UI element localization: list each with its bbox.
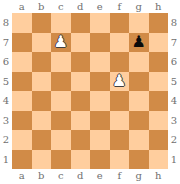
file-label: e: [90, 169, 110, 184]
square-c3[interactable]: [51, 111, 71, 131]
file-label: d: [71, 169, 91, 184]
square-b2[interactable]: [32, 130, 52, 150]
square-g4[interactable]: [129, 91, 149, 111]
file-label: f: [110, 169, 130, 184]
square-g2[interactable]: [129, 130, 149, 150]
chess-board: ♟♟♟: [12, 13, 168, 169]
rank-label: 3: [168, 111, 180, 131]
file-label: c: [51, 169, 71, 184]
square-g1[interactable]: [129, 150, 149, 170]
rank-label: 8: [168, 13, 180, 33]
rank-label: 8: [0, 13, 12, 33]
rank-label: 1: [168, 150, 180, 170]
square-g8[interactable]: [129, 13, 149, 33]
square-a6[interactable]: [12, 52, 32, 72]
square-c5[interactable]: [51, 72, 71, 92]
rank-label: 6: [0, 52, 12, 72]
square-g3[interactable]: [129, 111, 149, 131]
square-b3[interactable]: [32, 111, 52, 131]
square-a3[interactable]: [12, 111, 32, 131]
rank-label: 7: [0, 33, 12, 53]
square-f5[interactable]: ♟: [110, 72, 130, 92]
square-e4[interactable]: [90, 91, 110, 111]
file-label: e: [90, 0, 110, 13]
square-d1[interactable]: [71, 150, 91, 170]
square-d6[interactable]: [71, 52, 91, 72]
square-d5[interactable]: [71, 72, 91, 92]
square-h2[interactable]: [149, 130, 169, 150]
square-h6[interactable]: [149, 52, 169, 72]
file-labels-top: abcdefgh: [0, 0, 180, 13]
chess-diagram: abcdefgh 87654321 ♟♟♟ 87654321 abcdefgh: [0, 0, 180, 184]
rank-label: 1: [0, 150, 12, 170]
square-e5[interactable]: [90, 72, 110, 92]
square-a2[interactable]: [12, 130, 32, 150]
square-f2[interactable]: [110, 130, 130, 150]
rank-label: 7: [168, 33, 180, 53]
rank-label: 3: [0, 111, 12, 131]
square-a8[interactable]: [12, 13, 32, 33]
file-label: g: [129, 0, 149, 13]
square-c8[interactable]: [51, 13, 71, 33]
square-c7[interactable]: ♟: [51, 33, 71, 53]
square-e8[interactable]: [90, 13, 110, 33]
rank-label: 5: [168, 72, 180, 92]
square-h3[interactable]: [149, 111, 169, 131]
square-g5[interactable]: [129, 72, 149, 92]
square-h1[interactable]: [149, 150, 169, 170]
black-pawn-g7[interactable]: ♟: [132, 34, 146, 50]
file-label: h: [149, 169, 169, 184]
square-d2[interactable]: [71, 130, 91, 150]
square-b6[interactable]: [32, 52, 52, 72]
file-label: a: [12, 0, 32, 13]
square-f6[interactable]: [110, 52, 130, 72]
square-a5[interactable]: [12, 72, 32, 92]
file-label: d: [71, 0, 91, 13]
square-b5[interactable]: [32, 72, 52, 92]
square-b4[interactable]: [32, 91, 52, 111]
square-f3[interactable]: [110, 111, 130, 131]
rank-label: 5: [0, 72, 12, 92]
square-g7[interactable]: ♟: [129, 33, 149, 53]
file-label: a: [12, 169, 32, 184]
square-c2[interactable]: [51, 130, 71, 150]
square-f4[interactable]: [110, 91, 130, 111]
square-g6[interactable]: [129, 52, 149, 72]
square-c1[interactable]: [51, 150, 71, 170]
square-d8[interactable]: [71, 13, 91, 33]
square-b7[interactable]: [32, 33, 52, 53]
file-label: b: [32, 169, 52, 184]
file-label: b: [32, 0, 52, 13]
square-e2[interactable]: [90, 130, 110, 150]
file-label: c: [51, 0, 71, 13]
square-e1[interactable]: [90, 150, 110, 170]
rank-label: 6: [168, 52, 180, 72]
square-c4[interactable]: [51, 91, 71, 111]
file-label: g: [129, 169, 149, 184]
rank-label: 4: [0, 91, 12, 111]
square-c6[interactable]: [51, 52, 71, 72]
square-d3[interactable]: [71, 111, 91, 131]
square-a1[interactable]: [12, 150, 32, 170]
square-h4[interactable]: [149, 91, 169, 111]
rank-labels-left: 87654321: [0, 13, 12, 169]
rank-label: 2: [168, 130, 180, 150]
square-b1[interactable]: [32, 150, 52, 170]
square-b8[interactable]: [32, 13, 52, 33]
square-h8[interactable]: [149, 13, 169, 33]
square-d7[interactable]: [71, 33, 91, 53]
square-h7[interactable]: [149, 33, 169, 53]
file-label: f: [110, 0, 130, 13]
rank-label: 2: [0, 130, 12, 150]
white-pawn-c7[interactable]: ♟: [54, 34, 68, 50]
square-f8[interactable]: [110, 13, 130, 33]
square-e3[interactable]: [90, 111, 110, 131]
square-h5[interactable]: [149, 72, 169, 92]
white-pawn-f5[interactable]: ♟: [112, 73, 126, 89]
rank-labels-right: 87654321: [168, 13, 180, 169]
file-labels-bottom: abcdefgh: [0, 169, 180, 184]
square-e7[interactable]: [90, 33, 110, 53]
square-d4[interactable]: [71, 91, 91, 111]
file-label: h: [149, 0, 169, 13]
square-a7[interactable]: [12, 33, 32, 53]
square-f1[interactable]: [110, 150, 130, 170]
square-e6[interactable]: [90, 52, 110, 72]
square-f7[interactable]: [110, 33, 130, 53]
square-a4[interactable]: [12, 91, 32, 111]
rank-label: 4: [168, 91, 180, 111]
